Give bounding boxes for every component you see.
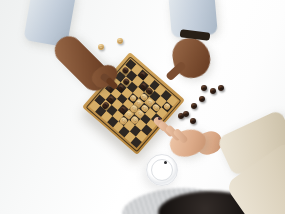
tabletop-scene: ⛂⛂⛂⛂⛀⛂⛀⛀⛀⛂⛀⛀⛀⛂⛀⛀⛂⛂⛀⛀⛂⛀ ⛀⛀⛂⛂⛂⛂⛂⛂⛂⛂	[0, 0, 285, 214]
captured-dark-piece: ⛂	[191, 103, 197, 109]
captured-light-piece: ⛀	[98, 44, 104, 50]
nail-polish-dot	[158, 117, 161, 120]
captured-dark-piece: ⛂	[201, 85, 207, 91]
captured-dark-piece: ⛂	[218, 85, 224, 91]
captured-dark-piece: ⛂	[199, 96, 205, 102]
captured-light-piece: ⛀	[117, 38, 123, 44]
captured-dark-piece: ⛂	[190, 118, 196, 124]
captured-dark-piece: ⛂	[210, 88, 216, 94]
captured-dark-piece: ⛂	[178, 113, 184, 119]
